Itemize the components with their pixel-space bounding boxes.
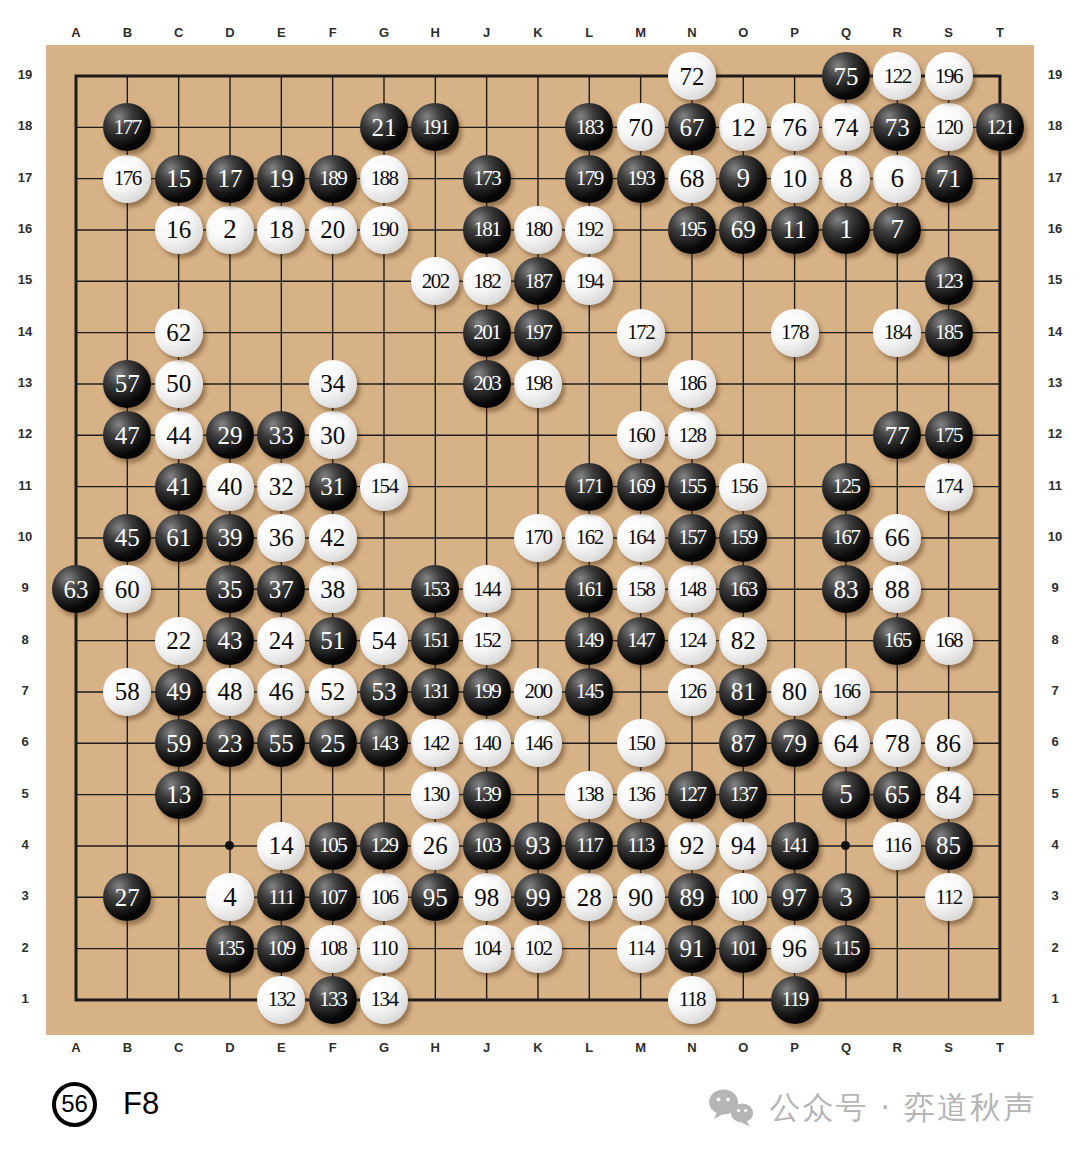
stone-black-181-j16: 181 bbox=[463, 206, 511, 254]
stone-white-22-c8: 22 bbox=[155, 617, 203, 665]
stone-white-14-e4: 14 bbox=[257, 822, 305, 870]
stone-black-97-p3: 97 bbox=[771, 873, 819, 921]
stone-black-197-k14: 197 bbox=[514, 309, 562, 357]
stone-white-114-m2: 114 bbox=[617, 925, 665, 973]
col-label-bottom-o: O bbox=[731, 1040, 755, 1055]
stone-white-140-j6: 140 bbox=[463, 719, 511, 767]
stone-white-144-j9: 144 bbox=[463, 565, 511, 613]
stone-black-167-q10: 167 bbox=[822, 514, 870, 562]
stone-white-80-p7: 80 bbox=[771, 668, 819, 716]
stone-black-159-o10: 159 bbox=[719, 514, 767, 562]
stone-black-203-j13: 203 bbox=[463, 360, 511, 408]
stone-white-82-o8: 82 bbox=[719, 617, 767, 665]
row-label-left-11: 11 bbox=[8, 478, 42, 493]
col-label-top-h: H bbox=[423, 25, 447, 40]
stone-black-25-f6: 25 bbox=[309, 719, 357, 767]
stone-black-93-k4: 93 bbox=[514, 822, 562, 870]
stone-black-155-n11: 155 bbox=[668, 463, 716, 511]
stone-black-29-d12: 29 bbox=[206, 411, 254, 459]
stone-white-32-e11: 32 bbox=[257, 463, 305, 511]
stone-white-196-s19: 196 bbox=[925, 52, 973, 100]
stone-white-152-j8: 152 bbox=[463, 617, 511, 665]
stone-black-49-c7: 49 bbox=[155, 668, 203, 716]
stone-white-24-e8: 24 bbox=[257, 617, 305, 665]
stone-black-53-g7: 53 bbox=[360, 668, 408, 716]
row-label-left-19: 19 bbox=[8, 67, 42, 82]
stone-black-109-e2: 109 bbox=[257, 925, 305, 973]
col-label-top-j: J bbox=[475, 25, 499, 40]
row-label-left-15: 15 bbox=[8, 272, 42, 287]
stone-black-45-b10: 45 bbox=[103, 514, 151, 562]
col-label-bottom-k: K bbox=[526, 1040, 550, 1055]
stone-white-186-n13: 186 bbox=[668, 360, 716, 408]
stone-black-199-j7: 199 bbox=[463, 668, 511, 716]
stone-white-76-p18: 76 bbox=[771, 103, 819, 151]
stone-white-168-s8: 168 bbox=[925, 617, 973, 665]
stone-white-138-l5: 138 bbox=[565, 771, 613, 819]
col-label-top-a: A bbox=[64, 25, 88, 40]
stone-black-149-l8: 149 bbox=[565, 617, 613, 665]
col-label-top-q: Q bbox=[834, 25, 858, 40]
stone-black-145-l7: 145 bbox=[565, 668, 613, 716]
stone-black-69-o16: 69 bbox=[719, 206, 767, 254]
col-label-top-o: O bbox=[731, 25, 755, 40]
row-label-right-11: 11 bbox=[1038, 478, 1072, 493]
stone-white-64-q6: 64 bbox=[822, 719, 870, 767]
stone-black-123-s15: 123 bbox=[925, 257, 973, 305]
stone-white-36-e10: 36 bbox=[257, 514, 305, 562]
col-label-top-g: G bbox=[372, 25, 396, 40]
stone-black-41-c11: 41 bbox=[155, 463, 203, 511]
row-label-right-7: 7 bbox=[1038, 683, 1072, 698]
stone-black-169-m11: 169 bbox=[617, 463, 665, 511]
stone-black-31-f11: 31 bbox=[309, 463, 357, 511]
stone-black-125-q11: 125 bbox=[822, 463, 870, 511]
stone-white-86-s6: 86 bbox=[925, 719, 973, 767]
stone-white-128-n12: 128 bbox=[668, 411, 716, 459]
stone-black-21-g18: 21 bbox=[360, 103, 408, 151]
stone-black-43-d8: 43 bbox=[206, 617, 254, 665]
col-label-bottom-d: D bbox=[218, 1040, 242, 1055]
stone-black-35-d9: 35 bbox=[206, 565, 254, 613]
stone-white-134-g1: 134 bbox=[360, 976, 408, 1024]
stone-white-66-r10: 66 bbox=[873, 514, 921, 562]
stone-black-131-h7: 131 bbox=[411, 668, 459, 716]
stone-black-89-n3: 89 bbox=[668, 873, 716, 921]
stone-black-63-a9: 63 bbox=[52, 565, 100, 613]
stone-white-72-n19: 72 bbox=[668, 52, 716, 100]
stone-white-58-b7: 58 bbox=[103, 668, 151, 716]
row-label-right-12: 12 bbox=[1038, 426, 1072, 441]
row-label-left-3: 3 bbox=[8, 888, 42, 903]
stone-white-8-q17: 8 bbox=[822, 155, 870, 203]
stone-black-175-s12: 175 bbox=[925, 411, 973, 459]
stone-black-9-o17: 9 bbox=[719, 155, 767, 203]
col-label-top-m: M bbox=[629, 25, 653, 40]
stone-white-54-g8: 54 bbox=[360, 617, 408, 665]
row-label-left-14: 14 bbox=[8, 324, 42, 339]
stone-white-172-m14: 172 bbox=[617, 309, 665, 357]
stone-white-192-l16: 192 bbox=[565, 206, 613, 254]
stone-black-137-o5: 137 bbox=[719, 771, 767, 819]
stone-white-94-o4: 94 bbox=[719, 822, 767, 870]
stone-white-90-m3: 90 bbox=[617, 873, 665, 921]
row-label-right-14: 14 bbox=[1038, 324, 1072, 339]
row-label-right-15: 15 bbox=[1038, 272, 1072, 287]
col-label-bottom-p: P bbox=[783, 1040, 807, 1055]
col-label-bottom-h: H bbox=[423, 1040, 447, 1055]
stone-black-5-q5: 5 bbox=[822, 771, 870, 819]
stone-black-13-c5: 13 bbox=[155, 771, 203, 819]
col-label-bottom-s: S bbox=[937, 1040, 961, 1055]
stone-white-62-c14: 62 bbox=[155, 309, 203, 357]
row-label-right-19: 19 bbox=[1038, 67, 1072, 82]
stone-white-110-g2: 110 bbox=[360, 925, 408, 973]
stone-white-44-c12: 44 bbox=[155, 411, 203, 459]
stone-black-67-n18: 67 bbox=[668, 103, 716, 151]
col-label-bottom-q: Q bbox=[834, 1040, 858, 1055]
stone-white-170-k10: 170 bbox=[514, 514, 562, 562]
stone-white-6-r17: 6 bbox=[873, 155, 921, 203]
col-label-bottom-n: N bbox=[680, 1040, 704, 1055]
stone-black-185-s14: 185 bbox=[925, 309, 973, 357]
row-label-left-7: 7 bbox=[8, 683, 42, 698]
stone-white-122-r19: 122 bbox=[873, 52, 921, 100]
row-label-right-10: 10 bbox=[1038, 529, 1072, 544]
stone-black-85-s4: 85 bbox=[925, 822, 973, 870]
stone-white-178-p14: 178 bbox=[771, 309, 819, 357]
col-label-bottom-b: B bbox=[115, 1040, 139, 1055]
stone-black-3-q3: 3 bbox=[822, 873, 870, 921]
stone-white-106-g3: 106 bbox=[360, 873, 408, 921]
stone-white-10-p17: 10 bbox=[771, 155, 819, 203]
stone-black-51-f8: 51 bbox=[309, 617, 357, 665]
stone-white-102-k2: 102 bbox=[514, 925, 562, 973]
stone-white-130-h5: 130 bbox=[411, 771, 459, 819]
row-label-left-13: 13 bbox=[8, 375, 42, 390]
stone-black-157-n10: 157 bbox=[668, 514, 716, 562]
stone-black-1-q16: 1 bbox=[822, 206, 870, 254]
stone-black-129-g4: 129 bbox=[360, 822, 408, 870]
stone-white-198-k13: 198 bbox=[514, 360, 562, 408]
row-label-right-2: 2 bbox=[1038, 940, 1072, 955]
col-label-top-c: C bbox=[167, 25, 191, 40]
stone-white-104-j2: 104 bbox=[463, 925, 511, 973]
stone-black-151-h8: 151 bbox=[411, 617, 459, 665]
stone-white-46-e7: 46 bbox=[257, 668, 305, 716]
stone-white-34-f13: 34 bbox=[309, 360, 357, 408]
col-label-top-n: N bbox=[680, 25, 704, 40]
watermark: 公众号 · 弈道秋声 bbox=[707, 1086, 1036, 1130]
stone-white-162-l10: 162 bbox=[565, 514, 613, 562]
stone-white-150-m6: 150 bbox=[617, 719, 665, 767]
stone-black-91-n2: 91 bbox=[668, 925, 716, 973]
col-label-bottom-c: C bbox=[167, 1040, 191, 1055]
row-label-left-12: 12 bbox=[8, 426, 42, 441]
stone-black-139-j5: 139 bbox=[463, 771, 511, 819]
stone-black-133-f1: 133 bbox=[309, 976, 357, 1024]
stone-white-146-k6: 146 bbox=[514, 719, 562, 767]
row-label-left-4: 4 bbox=[8, 837, 42, 852]
stone-black-195-n16: 195 bbox=[668, 206, 716, 254]
row-label-left-9: 9 bbox=[8, 580, 42, 595]
stone-white-38-f9: 38 bbox=[309, 565, 357, 613]
stone-white-164-m10: 164 bbox=[617, 514, 665, 562]
stone-black-79-p6: 79 bbox=[771, 719, 819, 767]
stone-black-39-d10: 39 bbox=[206, 514, 254, 562]
stone-white-84-s5: 84 bbox=[925, 771, 973, 819]
col-label-top-e: E bbox=[269, 25, 293, 40]
row-label-left-16: 16 bbox=[8, 221, 42, 236]
stone-white-154-g11: 154 bbox=[360, 463, 408, 511]
stone-black-117-l4: 117 bbox=[565, 822, 613, 870]
stone-black-179-l17: 179 bbox=[565, 155, 613, 203]
stone-black-15-c17: 15 bbox=[155, 155, 203, 203]
row-label-left-8: 8 bbox=[8, 632, 42, 647]
stone-white-2-d16: 2 bbox=[206, 206, 254, 254]
row-label-right-18: 18 bbox=[1038, 118, 1072, 133]
stone-white-184-r14: 184 bbox=[873, 309, 921, 357]
stone-white-180-k16: 180 bbox=[514, 206, 562, 254]
stone-white-40-d11: 40 bbox=[206, 463, 254, 511]
stone-black-59-c6: 59 bbox=[155, 719, 203, 767]
col-label-top-d: D bbox=[218, 25, 242, 40]
stone-black-201-j14: 201 bbox=[463, 309, 511, 357]
stone-white-174-s11: 174 bbox=[925, 463, 973, 511]
stone-white-156-o11: 156 bbox=[719, 463, 767, 511]
col-label-bottom-r: R bbox=[885, 1040, 909, 1055]
stone-white-70-m18: 70 bbox=[617, 103, 665, 151]
stone-white-20-f16: 20 bbox=[309, 206, 357, 254]
stone-black-61-c10: 61 bbox=[155, 514, 203, 562]
caption-location: F8 bbox=[123, 1086, 159, 1122]
col-label-top-b: B bbox=[115, 25, 139, 40]
stone-white-92-n4: 92 bbox=[668, 822, 716, 870]
row-label-left-2: 2 bbox=[8, 940, 42, 955]
row-label-left-6: 6 bbox=[8, 734, 42, 749]
stone-black-65-r5: 65 bbox=[873, 771, 921, 819]
stone-black-173-j17: 173 bbox=[463, 155, 511, 203]
stone-white-176-b17: 176 bbox=[103, 155, 151, 203]
stone-white-74-q18: 74 bbox=[822, 103, 870, 151]
stone-white-16-c16: 16 bbox=[155, 206, 203, 254]
stone-black-143-g6: 143 bbox=[360, 719, 408, 767]
col-label-bottom-t: T bbox=[988, 1040, 1012, 1055]
row-label-right-3: 3 bbox=[1038, 888, 1072, 903]
stone-black-141-p4: 141 bbox=[771, 822, 819, 870]
stone-black-23-d6: 23 bbox=[206, 719, 254, 767]
stone-white-120-s18: 120 bbox=[925, 103, 973, 151]
stone-white-42-f10: 42 bbox=[309, 514, 357, 562]
row-label-right-6: 6 bbox=[1038, 734, 1072, 749]
stone-black-57-b13: 57 bbox=[103, 360, 151, 408]
row-label-right-1: 1 bbox=[1038, 991, 1072, 1006]
stone-white-136-m5: 136 bbox=[617, 771, 665, 819]
go-board: 1234567891011121314151617181920212223242… bbox=[46, 45, 1034, 1035]
stone-white-4-d3: 4 bbox=[206, 873, 254, 921]
row-label-left-18: 18 bbox=[8, 118, 42, 133]
stone-black-11-p16: 11 bbox=[771, 206, 819, 254]
row-label-right-17: 17 bbox=[1038, 170, 1072, 185]
col-label-bottom-j: J bbox=[475, 1040, 499, 1055]
stone-black-103-j4: 103 bbox=[463, 822, 511, 870]
stone-white-182-j15: 182 bbox=[463, 257, 511, 305]
col-label-bottom-g: G bbox=[372, 1040, 396, 1055]
stone-white-30-f12: 30 bbox=[309, 411, 357, 459]
stone-white-116-r4: 116 bbox=[873, 822, 921, 870]
stone-black-81-o7: 81 bbox=[719, 668, 767, 716]
stone-black-115-q2: 115 bbox=[822, 925, 870, 973]
stone-white-132-e1: 132 bbox=[257, 976, 305, 1024]
col-label-bottom-m: M bbox=[629, 1040, 653, 1055]
stone-white-50-c13: 50 bbox=[155, 360, 203, 408]
stone-white-188-g17: 188 bbox=[360, 155, 408, 203]
stone-black-165-r8: 165 bbox=[873, 617, 921, 665]
col-label-top-f: F bbox=[321, 25, 345, 40]
stone-black-83-q9: 83 bbox=[822, 565, 870, 613]
row-label-right-16: 16 bbox=[1038, 221, 1072, 236]
stone-white-124-n8: 124 bbox=[668, 617, 716, 665]
stone-black-171-l11: 171 bbox=[565, 463, 613, 511]
move-56-white-stone-marker: 56 bbox=[52, 1082, 97, 1127]
stone-black-127-n5: 127 bbox=[668, 771, 716, 819]
stone-white-52-f7: 52 bbox=[309, 668, 357, 716]
col-label-bottom-e: E bbox=[269, 1040, 293, 1055]
stone-white-126-n7: 126 bbox=[668, 668, 716, 716]
stone-black-71-s17: 71 bbox=[925, 155, 973, 203]
col-label-bottom-l: L bbox=[577, 1040, 601, 1055]
stone-white-112-s3: 112 bbox=[925, 873, 973, 921]
col-label-bottom-f: F bbox=[321, 1040, 345, 1055]
stone-white-158-m9: 158 bbox=[617, 565, 665, 613]
wechat-icon bbox=[707, 1088, 755, 1128]
stone-white-166-q7: 166 bbox=[822, 668, 870, 716]
stone-white-18-e16: 18 bbox=[257, 206, 305, 254]
watermark-text: 公众号 · 弈道秋声 bbox=[769, 1087, 1036, 1129]
stone-black-99-k3: 99 bbox=[514, 873, 562, 921]
stone-white-68-n17: 68 bbox=[668, 155, 716, 203]
stone-white-48-d7: 48 bbox=[206, 668, 254, 716]
stone-white-160-m12: 160 bbox=[617, 411, 665, 459]
stone-black-105-f4: 105 bbox=[309, 822, 357, 870]
row-label-right-9: 9 bbox=[1038, 580, 1072, 595]
row-label-right-8: 8 bbox=[1038, 632, 1072, 647]
stone-black-107-f3: 107 bbox=[309, 873, 357, 921]
col-label-top-k: K bbox=[526, 25, 550, 40]
row-label-left-5: 5 bbox=[8, 786, 42, 801]
stone-white-96-p2: 96 bbox=[771, 925, 819, 973]
stone-black-187-k15: 187 bbox=[514, 257, 562, 305]
stone-white-26-h4: 26 bbox=[411, 822, 459, 870]
col-label-top-s: S bbox=[937, 25, 961, 40]
row-label-right-5: 5 bbox=[1038, 786, 1072, 801]
row-label-left-17: 17 bbox=[8, 170, 42, 185]
stone-black-119-p1: 119 bbox=[771, 976, 819, 1024]
stone-white-118-n1: 118 bbox=[668, 976, 716, 1024]
col-label-bottom-a: A bbox=[64, 1040, 88, 1055]
stone-black-19-e17: 19 bbox=[257, 155, 305, 203]
stone-black-147-m8: 147 bbox=[617, 617, 665, 665]
stone-black-193-m17: 193 bbox=[617, 155, 665, 203]
stone-white-108-f2: 108 bbox=[309, 925, 357, 973]
stone-white-98-j3: 98 bbox=[463, 873, 511, 921]
stone-black-75-q19: 75 bbox=[822, 52, 870, 100]
caption-note: 56 F8 bbox=[52, 1080, 159, 1128]
row-label-right-4: 4 bbox=[1038, 837, 1072, 852]
col-label-top-r: R bbox=[885, 25, 909, 40]
stone-black-7-r16: 7 bbox=[873, 206, 921, 254]
stone-black-189-f17: 189 bbox=[309, 155, 357, 203]
stone-black-113-m4: 113 bbox=[617, 822, 665, 870]
stone-white-200-k7: 200 bbox=[514, 668, 562, 716]
col-label-top-t: T bbox=[988, 25, 1012, 40]
col-label-top-p: P bbox=[783, 25, 807, 40]
caption-move-number: 56 bbox=[61, 1090, 88, 1118]
stone-white-148-n9: 148 bbox=[668, 565, 716, 613]
row-label-left-1: 1 bbox=[8, 991, 42, 1006]
stone-black-101-o2: 101 bbox=[719, 925, 767, 973]
stone-white-190-g16: 190 bbox=[360, 206, 408, 254]
stone-black-135-d2: 135 bbox=[206, 925, 254, 973]
col-label-top-l: L bbox=[577, 25, 601, 40]
stone-black-17-d17: 17 bbox=[206, 155, 254, 203]
row-label-right-13: 13 bbox=[1038, 375, 1072, 390]
row-label-left-10: 10 bbox=[8, 529, 42, 544]
stone-black-121-t18: 121 bbox=[976, 103, 1024, 151]
